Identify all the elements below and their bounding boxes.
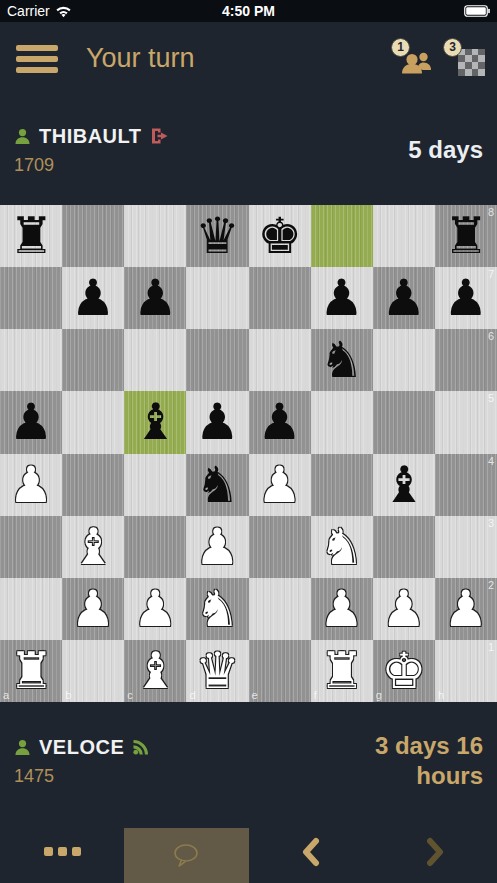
coord-file-e: e xyxy=(252,689,258,701)
piece-white-pawn: ♟ xyxy=(71,584,116,634)
piece-white-rook: ♜ xyxy=(9,646,54,696)
status-bar: Carrier 4:50 PM xyxy=(0,0,497,22)
coord-rank-2: 2 xyxy=(488,579,494,591)
coord-file-g: g xyxy=(376,689,382,701)
piece-black-pawn: ♟ xyxy=(9,397,54,447)
clock-time: 4:50 PM xyxy=(0,3,497,19)
square-d5[interactable]: ♟ xyxy=(186,391,248,453)
coord-rank-7: 7 xyxy=(488,268,494,280)
piece-black-rook: ♜ xyxy=(9,211,54,261)
square-g3[interactable] xyxy=(373,516,435,578)
opponent-name: THIBAULT xyxy=(39,125,142,148)
hamburger-menu-icon[interactable] xyxy=(16,45,58,73)
piece-black-pawn: ♟ xyxy=(381,273,426,323)
square-g2[interactable]: ♟ xyxy=(373,578,435,640)
square-d3[interactable]: ♟ xyxy=(186,516,248,578)
opponent-bar: THIBAULT 1709 5 days xyxy=(0,95,497,205)
piece-white-pawn: ♟ xyxy=(257,460,302,510)
square-c4[interactable] xyxy=(124,454,186,516)
piece-black-pawn: ♟ xyxy=(71,273,116,323)
square-a4[interactable]: ♟ xyxy=(0,454,62,516)
coord-rank-4: 4 xyxy=(488,455,494,467)
square-a7[interactable] xyxy=(0,267,62,329)
piece-black-pawn: ♟ xyxy=(319,273,364,323)
coord-rank-1: 1 xyxy=(488,641,494,653)
piece-black-queen: ♛ xyxy=(195,211,240,261)
square-c8[interactable] xyxy=(124,205,186,267)
square-a3[interactable] xyxy=(0,516,62,578)
friends-button[interactable]: 1 xyxy=(397,42,433,76)
square-d2[interactable]: ♞ xyxy=(186,578,248,640)
ellipsis-icon xyxy=(44,847,81,856)
piece-white-bishop: ♝ xyxy=(133,646,178,696)
square-e8[interactable]: ♚ xyxy=(249,205,311,267)
piece-white-pawn: ♟ xyxy=(195,522,240,572)
piece-white-rook: ♜ xyxy=(319,646,364,696)
square-b5[interactable] xyxy=(62,391,124,453)
app-header: Your turn 1 3 xyxy=(0,22,497,95)
coord-file-c: c xyxy=(127,689,133,701)
person-icon xyxy=(14,739,31,756)
square-c2[interactable]: ♟ xyxy=(124,578,186,640)
square-d6[interactable] xyxy=(186,329,248,391)
opponent-clock: 5 days xyxy=(408,135,483,165)
square-h4[interactable]: 4 xyxy=(435,454,497,516)
square-e5[interactable]: ♟ xyxy=(249,391,311,453)
piece-black-king: ♚ xyxy=(257,211,302,261)
square-g8[interactable] xyxy=(373,205,435,267)
piece-white-queen: ♛ xyxy=(195,646,240,696)
piece-black-rook: ♜ xyxy=(444,211,489,261)
square-g1[interactable]: ♚g xyxy=(373,640,435,702)
square-d1[interactable]: ♛d xyxy=(186,640,248,702)
square-f1[interactable]: ♜f xyxy=(311,640,373,702)
piece-white-pawn: ♟ xyxy=(319,584,364,634)
square-a8[interactable]: ♜ xyxy=(0,205,62,267)
square-a5[interactable]: ♟ xyxy=(0,391,62,453)
more-actions-button[interactable] xyxy=(0,820,124,883)
coord-file-a: a xyxy=(3,689,9,701)
coord-rank-5: 5 xyxy=(488,392,494,404)
piece-white-pawn: ♟ xyxy=(381,584,426,634)
piece-white-knight: ♞ xyxy=(319,522,364,572)
square-e2[interactable] xyxy=(249,578,311,640)
square-b8[interactable] xyxy=(62,205,124,267)
friends-badge: 1 xyxy=(391,38,410,57)
forward-move-button[interactable] xyxy=(373,820,497,883)
square-h3[interactable]: 3 xyxy=(435,516,497,578)
chessboard-icon xyxy=(458,49,485,76)
square-b2[interactable]: ♟ xyxy=(62,578,124,640)
games-button[interactable]: 3 xyxy=(449,42,485,76)
square-h7[interactable]: ♟7 xyxy=(435,267,497,329)
app-window: Carrier 4:50 PM Your turn 1 xyxy=(0,0,497,883)
piece-black-pawn: ♟ xyxy=(133,273,178,323)
person-icon xyxy=(14,128,31,145)
square-f6[interactable]: ♞ xyxy=(311,329,373,391)
square-f3[interactable]: ♞ xyxy=(311,516,373,578)
chevron-left-icon xyxy=(300,837,322,867)
piece-white-king: ♚ xyxy=(381,646,426,696)
square-h1[interactable]: h1 xyxy=(435,640,497,702)
coord-file-f: f xyxy=(314,689,317,701)
chat-button[interactable] xyxy=(124,828,248,883)
square-h5[interactable]: 5 xyxy=(435,391,497,453)
rss-icon xyxy=(132,738,150,756)
square-c3[interactable] xyxy=(124,516,186,578)
square-h6[interactable]: 6 xyxy=(435,329,497,391)
square-e7[interactable] xyxy=(249,267,311,329)
square-g6[interactable] xyxy=(373,329,435,391)
piece-black-pawn: ♟ xyxy=(257,397,302,447)
piece-black-pawn: ♟ xyxy=(195,397,240,447)
square-a1[interactable]: ♜a xyxy=(0,640,62,702)
back-move-button[interactable] xyxy=(249,820,373,883)
piece-black-knight: ♞ xyxy=(319,335,364,385)
square-f7[interactable]: ♟ xyxy=(311,267,373,329)
coord-rank-3: 3 xyxy=(488,517,494,529)
square-e3[interactable] xyxy=(249,516,311,578)
games-badge: 3 xyxy=(443,38,462,57)
piece-black-bishop: ♝ xyxy=(381,460,426,510)
player-bar: VELOCE 1475 3 days 16 hours xyxy=(0,702,497,820)
square-b1[interactable]: b xyxy=(62,640,124,702)
player-rating: 1475 xyxy=(14,766,150,787)
square-g7[interactable]: ♟ xyxy=(373,267,435,329)
square-h2[interactable]: ♟2 xyxy=(435,578,497,640)
square-b7[interactable]: ♟ xyxy=(62,267,124,329)
piece-white-pawn: ♟ xyxy=(444,584,489,634)
square-d7[interactable] xyxy=(186,267,248,329)
opponent-rating: 1709 xyxy=(14,155,169,176)
chevron-right-icon xyxy=(424,837,446,867)
coord-rank-6: 6 xyxy=(488,330,494,342)
square-c6[interactable] xyxy=(124,329,186,391)
square-e6[interactable] xyxy=(249,329,311,391)
square-b3[interactable]: ♝ xyxy=(62,516,124,578)
piece-white-knight: ♞ xyxy=(195,584,240,634)
player-clock: 3 days 16 hours xyxy=(323,731,483,791)
square-c1[interactable]: ♝c xyxy=(124,640,186,702)
player-name: VELOCE xyxy=(39,736,124,759)
square-d4[interactable]: ♞ xyxy=(186,454,248,516)
piece-white-pawn: ♟ xyxy=(133,584,178,634)
coord-file-b: b xyxy=(65,689,71,701)
piece-black-bishop: ♝ xyxy=(133,397,178,447)
square-g5[interactable] xyxy=(373,391,435,453)
piece-black-knight: ♞ xyxy=(195,460,240,510)
square-a2[interactable] xyxy=(0,578,62,640)
piece-black-pawn: ♟ xyxy=(444,273,489,323)
square-b6[interactable] xyxy=(62,329,124,391)
coord-file-d: d xyxy=(189,689,195,701)
square-f2[interactable]: ♟ xyxy=(311,578,373,640)
piece-white-pawn: ♟ xyxy=(9,460,54,510)
square-d8[interactable]: ♛ xyxy=(186,205,248,267)
square-h8[interactable]: ♜8 xyxy=(435,205,497,267)
square-b4[interactable] xyxy=(62,454,124,516)
square-f4[interactable] xyxy=(311,454,373,516)
square-e1[interactable]: e xyxy=(249,640,311,702)
chess-board: ♜♛♚♜8♟♟♟♟♟7♞6♟♝♟♟5♟♞♟♝4♝♟♞3♟♟♞♟♟♟2♜ab♝c♛… xyxy=(0,205,497,702)
coord-rank-8: 8 xyxy=(488,206,494,218)
square-c5[interactable]: ♝ xyxy=(124,391,186,453)
bottom-toolbar xyxy=(0,820,497,883)
piece-white-bishop: ♝ xyxy=(71,522,116,572)
chat-bubble-icon xyxy=(171,842,201,869)
square-c7[interactable]: ♟ xyxy=(124,267,186,329)
square-e4[interactable]: ♟ xyxy=(249,454,311,516)
page-title: Your turn xyxy=(86,43,195,74)
square-f5[interactable] xyxy=(311,391,373,453)
sign-out-icon xyxy=(150,127,169,145)
square-a6[interactable] xyxy=(0,329,62,391)
square-f8[interactable] xyxy=(311,205,373,267)
coord-file-h: h xyxy=(438,689,444,701)
square-g4[interactable]: ♝ xyxy=(373,454,435,516)
